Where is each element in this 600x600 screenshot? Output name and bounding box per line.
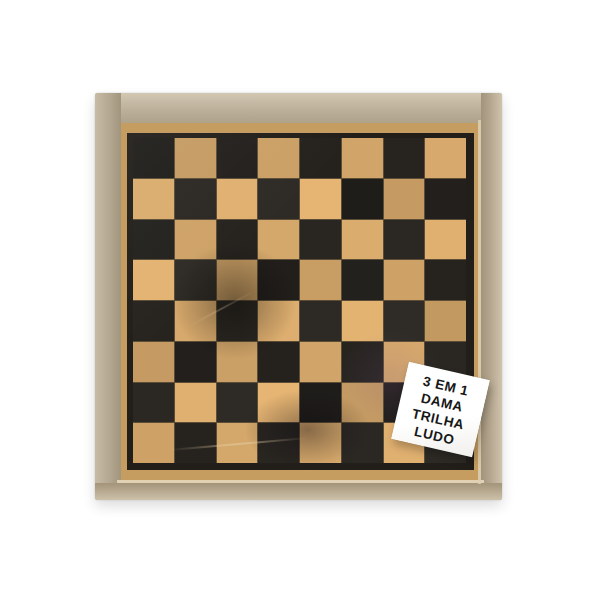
board-square[interactable]: [425, 138, 466, 178]
board-square[interactable]: [217, 342, 258, 382]
board-square[interactable]: [342, 301, 383, 341]
board-square[interactable]: [384, 138, 425, 178]
board-square[interactable]: [258, 138, 299, 178]
board-square[interactable]: [300, 220, 341, 260]
frame-right-rim: [481, 93, 502, 500]
board-square[interactable]: [133, 220, 174, 260]
board-square[interactable]: [217, 301, 258, 341]
board-square[interactable]: [425, 301, 466, 341]
board-square[interactable]: [217, 423, 258, 463]
product-photo: 3 EM 1 DAMA TRILHA LUDO: [0, 0, 600, 600]
board-square[interactable]: [300, 301, 341, 341]
board-square[interactable]: [384, 179, 425, 219]
board-square[interactable]: [425, 260, 466, 300]
board-square[interactable]: [175, 138, 216, 178]
frame-top-rim: [95, 93, 502, 123]
board-square[interactable]: [300, 423, 341, 463]
board-square[interactable]: [384, 220, 425, 260]
board-square[interactable]: [300, 138, 341, 178]
board-square[interactable]: [217, 179, 258, 219]
board-square[interactable]: [258, 260, 299, 300]
board-square[interactable]: [300, 342, 341, 382]
board-square[interactable]: [175, 179, 216, 219]
board-square[interactable]: [175, 423, 216, 463]
board-square[interactable]: [133, 179, 174, 219]
board-square[interactable]: [342, 260, 383, 300]
board-square[interactable]: [175, 342, 216, 382]
board-square[interactable]: [133, 138, 174, 178]
board-square[interactable]: [300, 179, 341, 219]
board-square[interactable]: [342, 423, 383, 463]
board-square[interactable]: [342, 138, 383, 178]
board-square[interactable]: [133, 423, 174, 463]
board-square[interactable]: [133, 260, 174, 300]
frame-bottom-rim: [95, 483, 502, 500]
board-square[interactable]: [258, 383, 299, 423]
board-square[interactable]: [175, 220, 216, 260]
board-square[interactable]: [342, 179, 383, 219]
board-square[interactable]: [133, 301, 174, 341]
board-square[interactable]: [175, 260, 216, 300]
board-square[interactable]: [258, 342, 299, 382]
board-square[interactable]: [258, 220, 299, 260]
board-square[interactable]: [258, 301, 299, 341]
board-square[interactable]: [300, 260, 341, 300]
board-square[interactable]: [217, 260, 258, 300]
board-square[interactable]: [258, 423, 299, 463]
board-square[interactable]: [425, 220, 466, 260]
board-square[interactable]: [342, 383, 383, 423]
board-square[interactable]: [133, 383, 174, 423]
board-square[interactable]: [342, 220, 383, 260]
board-square[interactable]: [217, 220, 258, 260]
board-square[interactable]: [300, 383, 341, 423]
board-square[interactable]: [384, 301, 425, 341]
board-square[interactable]: [342, 342, 383, 382]
board-square[interactable]: [258, 179, 299, 219]
board-square[interactable]: [217, 138, 258, 178]
frame-left-rim: [95, 93, 121, 500]
board-square[interactable]: [175, 383, 216, 423]
board-square[interactable]: [133, 342, 174, 382]
board-square[interactable]: [384, 260, 425, 300]
board-square[interactable]: [175, 301, 216, 341]
board-square[interactable]: [217, 383, 258, 423]
board-square[interactable]: [425, 179, 466, 219]
frame-bottom-lip: [117, 480, 484, 483]
